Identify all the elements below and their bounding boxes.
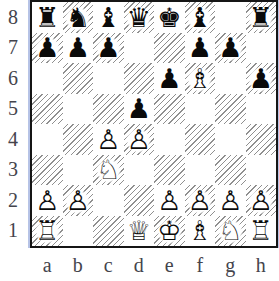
square-e1[interactable]: ♔ [154, 216, 185, 247]
square-h1[interactable]: ♖ [246, 216, 277, 247]
square-e2[interactable]: ♙ [154, 185, 185, 216]
piece-white-knight-g1[interactable]: ♘ [216, 216, 245, 245]
square-e5[interactable] [154, 94, 185, 125]
piece-white-rook-h1[interactable]: ♖ [246, 216, 275, 245]
square-d3[interactable] [124, 155, 155, 186]
file-label-f: f [185, 252, 216, 278]
chess-diagram: 87654321 ♜♞♝♛♚♝♜♟♟♟♟♟♟♗♟♟♙♙♘♙♙♙♙♙♙♖♕♔♗♘♖… [0, 0, 279, 281]
square-d8[interactable]: ♛ [124, 2, 155, 33]
piece-black-rook-a8[interactable]: ♜ [33, 3, 62, 32]
piece-black-pawn-f7[interactable]: ♟ [185, 33, 214, 62]
square-g8[interactable] [215, 2, 246, 33]
square-g1[interactable]: ♘ [215, 216, 246, 247]
square-f4[interactable] [185, 124, 216, 155]
piece-white-king-e1[interactable]: ♔ [155, 216, 184, 245]
square-c2[interactable] [93, 185, 124, 216]
rank-label-3: 3 [0, 155, 26, 186]
piece-black-bishop-c8[interactable]: ♝ [94, 3, 123, 32]
piece-black-pawn-d5[interactable]: ♟ [124, 94, 153, 123]
rank-label-2: 2 [0, 185, 26, 216]
file-label-g: g [215, 252, 246, 278]
square-h7[interactable] [246, 33, 277, 64]
square-h5[interactable] [246, 94, 277, 125]
piece-white-pawn-d4[interactable]: ♙ [124, 125, 153, 154]
square-a1[interactable]: ♖ [32, 216, 63, 247]
square-a3[interactable] [32, 155, 63, 186]
rank-label-8: 8 [0, 2, 26, 33]
square-h8[interactable]: ♜ [246, 2, 277, 33]
square-a8[interactable]: ♜ [32, 2, 63, 33]
piece-white-rook-a1[interactable]: ♖ [33, 216, 62, 245]
square-b1[interactable] [63, 216, 94, 247]
square-b6[interactable] [63, 63, 94, 94]
square-g6[interactable] [215, 63, 246, 94]
piece-black-bishop-f8[interactable]: ♝ [185, 3, 214, 32]
square-c7[interactable]: ♟ [93, 33, 124, 64]
piece-white-pawn-b2[interactable]: ♙ [63, 186, 92, 215]
square-c5[interactable] [93, 94, 124, 125]
rank-label-5: 5 [0, 94, 26, 125]
file-labels: abcdefgh [32, 252, 276, 278]
square-d2[interactable] [124, 185, 155, 216]
square-e8[interactable]: ♚ [154, 2, 185, 33]
file-label-b: b [63, 252, 94, 278]
square-c3[interactable]: ♘ [93, 155, 124, 186]
square-b3[interactable] [63, 155, 94, 186]
file-label-d: d [124, 252, 155, 278]
piece-black-rook-h8[interactable]: ♜ [246, 3, 275, 32]
square-f8[interactable]: ♝ [185, 2, 216, 33]
piece-black-pawn-e6[interactable]: ♟ [155, 64, 184, 93]
square-a5[interactable] [32, 94, 63, 125]
piece-black-pawn-b7[interactable]: ♟ [63, 33, 92, 62]
piece-white-pawn-h2[interactable]: ♙ [246, 186, 275, 215]
square-f3[interactable] [185, 155, 216, 186]
piece-white-pawn-e2[interactable]: ♙ [155, 186, 184, 215]
square-c8[interactable]: ♝ [93, 2, 124, 33]
piece-black-king-e8[interactable]: ♚ [155, 3, 184, 32]
chess-board: ♜♞♝♛♚♝♜♟♟♟♟♟♟♗♟♟♙♙♘♙♙♙♙♙♙♖♕♔♗♘♖ [30, 0, 278, 248]
square-a2[interactable]: ♙ [32, 185, 63, 216]
rank-label-1: 1 [0, 216, 26, 247]
rank-labels: 87654321 [0, 2, 26, 246]
piece-white-pawn-f2[interactable]: ♙ [185, 186, 214, 215]
piece-black-queen-d8[interactable]: ♛ [124, 3, 153, 32]
square-d7[interactable] [124, 33, 155, 64]
piece-white-bishop-f1[interactable]: ♗ [185, 216, 214, 245]
square-h2[interactable]: ♙ [246, 185, 277, 216]
square-b5[interactable] [63, 94, 94, 125]
file-label-c: c [93, 252, 124, 278]
square-c6[interactable] [93, 63, 124, 94]
square-g2[interactable]: ♙ [215, 185, 246, 216]
piece-white-bishop-f6[interactable]: ♗ [185, 64, 214, 93]
square-b2[interactable]: ♙ [63, 185, 94, 216]
rank-label-6: 6 [0, 63, 26, 94]
piece-white-queen-d1[interactable]: ♕ [124, 216, 153, 245]
square-h3[interactable] [246, 155, 277, 186]
square-b4[interactable] [63, 124, 94, 155]
piece-black-pawn-g7[interactable]: ♟ [216, 33, 245, 62]
square-d4[interactable]: ♙ [124, 124, 155, 155]
square-e7[interactable] [154, 33, 185, 64]
square-e4[interactable] [154, 124, 185, 155]
rank-label-7: 7 [0, 33, 26, 64]
file-label-e: e [154, 252, 185, 278]
square-c1[interactable] [93, 216, 124, 247]
square-b7[interactable]: ♟ [63, 33, 94, 64]
square-f6[interactable]: ♗ [185, 63, 216, 94]
square-f2[interactable]: ♙ [185, 185, 216, 216]
square-g7[interactable]: ♟ [215, 33, 246, 64]
square-e3[interactable] [154, 155, 185, 186]
piece-white-pawn-c4[interactable]: ♙ [94, 125, 123, 154]
piece-black-pawn-h6[interactable]: ♟ [246, 64, 275, 93]
square-a7[interactable]: ♟ [32, 33, 63, 64]
piece-white-pawn-g2[interactable]: ♙ [216, 186, 245, 215]
square-f5[interactable] [185, 94, 216, 125]
square-h4[interactable] [246, 124, 277, 155]
square-d5[interactable]: ♟ [124, 94, 155, 125]
square-h6[interactable]: ♟ [246, 63, 277, 94]
file-label-a: a [32, 252, 63, 278]
file-label-h: h [246, 252, 277, 278]
square-f1[interactable]: ♗ [185, 216, 216, 247]
piece-white-knight-c3[interactable]: ♘ [94, 155, 123, 184]
piece-black-pawn-c7[interactable]: ♟ [94, 33, 123, 62]
square-g4[interactable] [215, 124, 246, 155]
square-d6[interactable] [124, 63, 155, 94]
square-c4[interactable]: ♙ [93, 124, 124, 155]
piece-white-pawn-a2[interactable]: ♙ [33, 186, 62, 215]
piece-black-knight-b8[interactable]: ♞ [63, 3, 92, 32]
rank-label-4: 4 [0, 124, 26, 155]
square-a6[interactable] [32, 63, 63, 94]
square-a4[interactable] [32, 124, 63, 155]
square-g3[interactable] [215, 155, 246, 186]
square-f7[interactable]: ♟ [185, 33, 216, 64]
piece-black-pawn-a7[interactable]: ♟ [33, 33, 62, 62]
square-e6[interactable]: ♟ [154, 63, 185, 94]
square-d1[interactable]: ♕ [124, 216, 155, 247]
square-g5[interactable] [215, 94, 246, 125]
square-b8[interactable]: ♞ [63, 2, 94, 33]
